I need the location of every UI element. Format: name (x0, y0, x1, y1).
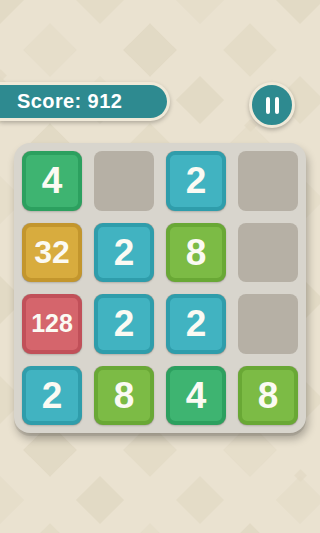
diamond-shape (176, 76, 224, 124)
diamond-shape (123, 523, 177, 533)
diamond-shape (76, 476, 124, 524)
cell-r3c2: 2 (94, 294, 154, 354)
cell-r4c4: 8 (238, 366, 298, 426)
game-board[interactable]: 423228128222848 (14, 143, 306, 433)
score-display: Score: 912 (0, 82, 170, 121)
tile-128: 128 (22, 294, 82, 354)
cell-r2c4 (238, 223, 298, 283)
cell-r2c2: 2 (94, 223, 154, 283)
diamond-shape (23, 523, 77, 533)
diamond-shape (76, 0, 124, 24)
diamond-shape (176, 0, 224, 24)
tile-2: 2 (94, 294, 154, 354)
diamond-shape (223, 23, 277, 77)
cell-r4c2: 8 (94, 366, 154, 426)
tile-2: 2 (166, 294, 226, 354)
tile-2: 2 (94, 223, 154, 283)
cell-r1c2 (94, 151, 154, 211)
cell-r3c4 (238, 294, 298, 354)
diamond-shape (0, 0, 24, 24)
tile-2: 2 (22, 366, 82, 426)
cell-r1c3: 2 (166, 151, 226, 211)
cell-r2c3: 8 (166, 223, 226, 283)
diamond-shape (0, 476, 24, 524)
cell-r1c4 (238, 151, 298, 211)
diamond-shape (23, 23, 77, 77)
tile-8: 8 (238, 366, 298, 426)
tile-8: 8 (166, 223, 226, 283)
cell-r1c1: 4 (22, 151, 82, 211)
tile-2: 2 (166, 151, 226, 211)
diamond-shape (123, 23, 177, 77)
tile-8: 8 (94, 366, 154, 426)
cell-r2c1: 32 (22, 223, 82, 283)
cell-r3c3: 2 (166, 294, 226, 354)
tile-32: 32 (22, 223, 82, 283)
cell-r4c1: 2 (22, 366, 82, 426)
diamond-shape (276, 476, 320, 524)
diamond-shape (176, 476, 224, 524)
tile-4: 4 (22, 151, 82, 211)
tile-4: 4 (166, 366, 226, 426)
score-text: Score: 912 (17, 90, 122, 113)
pause-icon (275, 97, 279, 114)
cell-r3c1: 128 (22, 294, 82, 354)
pause-icon (266, 97, 270, 114)
pause-button[interactable] (249, 82, 295, 128)
diamond-shape (223, 523, 277, 533)
diamond-shape (276, 0, 320, 24)
cell-r4c3: 4 (166, 366, 226, 426)
